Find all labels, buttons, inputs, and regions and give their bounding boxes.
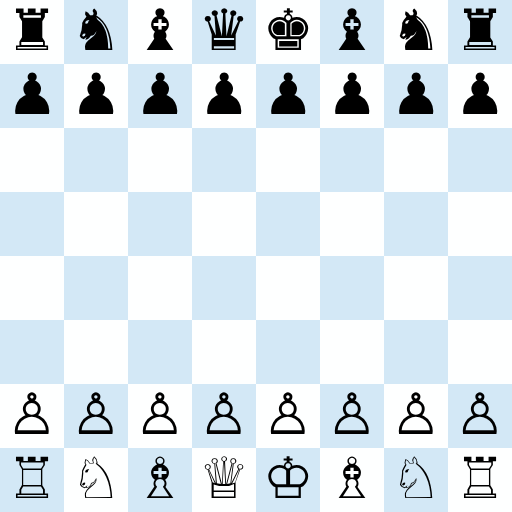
piece-black-pawn[interactable]: ♟ [198, 62, 249, 126]
piece-black-pawn[interactable]: ♟ [390, 62, 441, 126]
square-b3[interactable] [64, 320, 128, 384]
square-d1[interactable]: ♕ [192, 448, 256, 512]
piece-white-pawn[interactable]: ♙ [134, 382, 185, 446]
square-a8[interactable]: ♜ [0, 0, 64, 64]
square-a2[interactable]: ♙ [0, 384, 64, 448]
piece-black-queen[interactable]: ♛ [198, 0, 249, 62]
square-a1[interactable]: ♖ [0, 448, 64, 512]
piece-white-knight[interactable]: ♘ [390, 446, 441, 510]
piece-black-knight[interactable]: ♞ [390, 0, 441, 62]
square-a7[interactable]: ♟ [0, 64, 64, 128]
square-b5[interactable] [64, 192, 128, 256]
square-d3[interactable] [192, 320, 256, 384]
square-g7[interactable]: ♟ [384, 64, 448, 128]
piece-white-bishop[interactable]: ♗ [134, 446, 185, 510]
square-g5[interactable] [384, 192, 448, 256]
square-h2[interactable]: ♙ [448, 384, 512, 448]
piece-white-pawn[interactable]: ♙ [70, 382, 121, 446]
square-e7[interactable]: ♟ [256, 64, 320, 128]
square-h8[interactable]: ♜ [448, 0, 512, 64]
piece-white-king[interactable]: ♔ [262, 446, 313, 510]
square-c3[interactable] [128, 320, 192, 384]
square-h1[interactable]: ♖ [448, 448, 512, 512]
square-f1[interactable]: ♗ [320, 448, 384, 512]
square-d8[interactable]: ♛ [192, 0, 256, 64]
piece-black-bishop[interactable]: ♝ [326, 0, 377, 62]
piece-white-pawn[interactable]: ♙ [326, 382, 377, 446]
square-b1[interactable]: ♘ [64, 448, 128, 512]
piece-black-pawn[interactable]: ♟ [262, 62, 313, 126]
square-d7[interactable]: ♟ [192, 64, 256, 128]
square-e5[interactable] [256, 192, 320, 256]
square-g2[interactable]: ♙ [384, 384, 448, 448]
square-g1[interactable]: ♘ [384, 448, 448, 512]
square-b2[interactable]: ♙ [64, 384, 128, 448]
square-b6[interactable] [64, 128, 128, 192]
square-h6[interactable] [448, 128, 512, 192]
piece-white-queen[interactable]: ♕ [198, 446, 249, 510]
square-g3[interactable] [384, 320, 448, 384]
square-h4[interactable] [448, 256, 512, 320]
square-f8[interactable]: ♝ [320, 0, 384, 64]
square-d5[interactable] [192, 192, 256, 256]
piece-black-pawn[interactable]: ♟ [326, 62, 377, 126]
piece-black-rook[interactable]: ♜ [6, 0, 57, 62]
square-c4[interactable] [128, 256, 192, 320]
piece-black-pawn[interactable]: ♟ [6, 62, 57, 126]
square-f4[interactable] [320, 256, 384, 320]
square-c7[interactable]: ♟ [128, 64, 192, 128]
square-a6[interactable] [0, 128, 64, 192]
square-f3[interactable] [320, 320, 384, 384]
square-f2[interactable]: ♙ [320, 384, 384, 448]
square-e1[interactable]: ♔ [256, 448, 320, 512]
square-d6[interactable] [192, 128, 256, 192]
piece-white-pawn[interactable]: ♙ [198, 382, 249, 446]
piece-black-bishop[interactable]: ♝ [134, 0, 185, 62]
square-f7[interactable]: ♟ [320, 64, 384, 128]
square-b8[interactable]: ♞ [64, 0, 128, 64]
square-b7[interactable]: ♟ [64, 64, 128, 128]
piece-white-pawn[interactable]: ♙ [454, 382, 505, 446]
square-h3[interactable] [448, 320, 512, 384]
square-f6[interactable] [320, 128, 384, 192]
square-e4[interactable] [256, 256, 320, 320]
square-e3[interactable] [256, 320, 320, 384]
square-g4[interactable] [384, 256, 448, 320]
piece-white-rook[interactable]: ♖ [6, 446, 57, 510]
square-a3[interactable] [0, 320, 64, 384]
piece-white-knight[interactable]: ♘ [70, 446, 121, 510]
piece-black-pawn[interactable]: ♟ [70, 62, 121, 126]
piece-black-rook[interactable]: ♜ [454, 0, 505, 62]
square-e8[interactable]: ♚ [256, 0, 320, 64]
piece-white-rook[interactable]: ♖ [454, 446, 505, 510]
square-h5[interactable] [448, 192, 512, 256]
square-c2[interactable]: ♙ [128, 384, 192, 448]
piece-black-pawn[interactable]: ♟ [454, 62, 505, 126]
square-c6[interactable] [128, 128, 192, 192]
square-d2[interactable]: ♙ [192, 384, 256, 448]
square-e2[interactable]: ♙ [256, 384, 320, 448]
square-g8[interactable]: ♞ [384, 0, 448, 64]
piece-black-knight[interactable]: ♞ [70, 0, 121, 62]
square-f5[interactable] [320, 192, 384, 256]
square-a4[interactable] [0, 256, 64, 320]
square-g6[interactable] [384, 128, 448, 192]
square-d4[interactable] [192, 256, 256, 320]
piece-white-pawn[interactable]: ♙ [6, 382, 57, 446]
piece-white-pawn[interactable]: ♙ [262, 382, 313, 446]
square-a5[interactable] [0, 192, 64, 256]
square-b4[interactable] [64, 256, 128, 320]
square-e6[interactable] [256, 128, 320, 192]
square-c8[interactable]: ♝ [128, 0, 192, 64]
chess-board-container: ♜♞♝♛♚♝♞♜♟♟♟♟♟♟♟♟♙♙♙♙♙♙♙♙♖♘♗♕♔♗♘♖ [0, 0, 512, 512]
chess-board: ♜♞♝♛♚♝♞♜♟♟♟♟♟♟♟♟♙♙♙♙♙♙♙♙♖♘♗♕♔♗♘♖ [0, 0, 512, 512]
piece-black-pawn[interactable]: ♟ [134, 62, 185, 126]
square-c5[interactable] [128, 192, 192, 256]
piece-white-bishop[interactable]: ♗ [326, 446, 377, 510]
square-h7[interactable]: ♟ [448, 64, 512, 128]
square-c1[interactable]: ♗ [128, 448, 192, 512]
piece-black-king[interactable]: ♚ [262, 0, 313, 62]
piece-white-pawn[interactable]: ♙ [390, 382, 441, 446]
